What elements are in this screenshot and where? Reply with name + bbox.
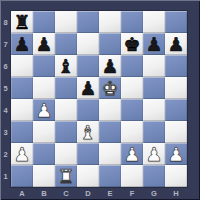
square-h7[interactable]: ♟	[165, 33, 187, 55]
square-a8[interactable]: ♜	[11, 11, 33, 33]
square-f6[interactable]	[121, 55, 143, 77]
square-f7[interactable]: ♚	[121, 33, 143, 55]
square-a6[interactable]	[11, 55, 33, 77]
square-e5[interactable]: ♚	[99, 77, 121, 99]
file-label-b: B	[33, 187, 55, 200]
square-h1[interactable]	[165, 165, 187, 187]
square-c5[interactable]	[55, 77, 77, 99]
board: ♜♟♟♚♟♟♝♟♟♚♟♝♟♟♟♟♜	[11, 11, 187, 187]
square-c8[interactable]	[55, 11, 77, 33]
file-label-e: E	[99, 187, 121, 200]
piece-black-king-f7[interactable]: ♚	[123, 33, 140, 55]
square-b2[interactable]	[33, 143, 55, 165]
square-g4[interactable]	[143, 99, 165, 121]
square-f5[interactable]	[121, 77, 143, 99]
square-a2[interactable]: ♟	[11, 143, 33, 165]
square-a7[interactable]: ♟	[11, 33, 33, 55]
piece-white-king-e5[interactable]: ♚	[101, 77, 118, 99]
square-f4[interactable]	[121, 99, 143, 121]
piece-white-pawn-f2[interactable]: ♟	[123, 143, 140, 165]
file-label-h: H	[165, 187, 187, 200]
square-c6[interactable]: ♝	[55, 55, 77, 77]
square-c4[interactable]	[55, 99, 77, 121]
square-f1[interactable]	[121, 165, 143, 187]
square-d5[interactable]: ♟	[77, 77, 99, 99]
square-h8[interactable]	[165, 11, 187, 33]
square-g3[interactable]	[143, 121, 165, 143]
square-h3[interactable]	[165, 121, 187, 143]
piece-black-pawn-e6[interactable]: ♟	[101, 55, 118, 77]
rank-label-1: 1	[0, 165, 11, 187]
piece-black-rook-a8[interactable]: ♜	[13, 11, 30, 33]
square-b6[interactable]	[33, 55, 55, 77]
square-d3[interactable]: ♝	[77, 121, 99, 143]
file-label-d: D	[77, 187, 99, 200]
square-e4[interactable]	[99, 99, 121, 121]
piece-white-pawn-g2[interactable]: ♟	[145, 143, 162, 165]
square-c1[interactable]: ♜	[55, 165, 77, 187]
rank-label-7: 7	[0, 33, 11, 55]
square-d7[interactable]	[77, 33, 99, 55]
file-coordinates: ABCDEFGH	[11, 187, 187, 200]
square-a1[interactable]	[11, 165, 33, 187]
square-g7[interactable]: ♟	[143, 33, 165, 55]
square-a3[interactable]	[11, 121, 33, 143]
square-b7[interactable]: ♟	[33, 33, 55, 55]
square-f8[interactable]	[121, 11, 143, 33]
chess-board-frame: 87654321 ♜♟♟♚♟♟♝♟♟♚♟♝♟♟♟♟♜ ABCDEFGH	[0, 0, 200, 200]
square-e3[interactable]	[99, 121, 121, 143]
rank-coordinates: 87654321	[0, 11, 11, 187]
square-e7[interactable]	[99, 33, 121, 55]
square-g1[interactable]	[143, 165, 165, 187]
square-d8[interactable]	[77, 11, 99, 33]
piece-white-pawn-b4[interactable]: ♟	[35, 99, 52, 121]
square-h2[interactable]: ♟	[165, 143, 187, 165]
square-b3[interactable]	[33, 121, 55, 143]
piece-black-pawn-a7[interactable]: ♟	[13, 33, 30, 55]
square-c2[interactable]	[55, 143, 77, 165]
file-label-a: A	[11, 187, 33, 200]
rank-label-6: 6	[0, 55, 11, 77]
square-g6[interactable]	[143, 55, 165, 77]
square-h5[interactable]	[165, 77, 187, 99]
rank-label-3: 3	[0, 121, 11, 143]
square-g8[interactable]	[143, 11, 165, 33]
square-b5[interactable]	[33, 77, 55, 99]
square-e6[interactable]: ♟	[99, 55, 121, 77]
piece-black-pawn-g7[interactable]: ♟	[145, 33, 162, 55]
file-label-g: G	[143, 187, 165, 200]
piece-white-bishop-d3[interactable]: ♝	[79, 121, 96, 143]
square-c3[interactable]	[55, 121, 77, 143]
square-f2[interactable]: ♟	[121, 143, 143, 165]
piece-black-pawn-d5[interactable]: ♟	[79, 77, 96, 99]
square-d4[interactable]	[77, 99, 99, 121]
square-e2[interactable]	[99, 143, 121, 165]
piece-black-pawn-h7[interactable]: ♟	[167, 33, 184, 55]
square-a4[interactable]	[11, 99, 33, 121]
square-g2[interactable]: ♟	[143, 143, 165, 165]
square-a5[interactable]	[11, 77, 33, 99]
rank-label-8: 8	[0, 11, 11, 33]
square-e1[interactable]	[99, 165, 121, 187]
square-c7[interactable]	[55, 33, 77, 55]
piece-white-pawn-a2[interactable]: ♟	[13, 143, 30, 165]
piece-black-bishop-c6[interactable]: ♝	[57, 55, 74, 77]
piece-white-pawn-h2[interactable]: ♟	[167, 143, 184, 165]
square-d6[interactable]	[77, 55, 99, 77]
piece-black-pawn-b7[interactable]: ♟	[35, 33, 52, 55]
square-b8[interactable]	[33, 11, 55, 33]
square-h4[interactable]	[165, 99, 187, 121]
square-e8[interactable]	[99, 11, 121, 33]
file-label-c: C	[55, 187, 77, 200]
rank-label-5: 5	[0, 77, 11, 99]
square-h6[interactable]	[165, 55, 187, 77]
rank-label-2: 2	[0, 143, 11, 165]
rank-label-4: 4	[0, 99, 11, 121]
square-g5[interactable]	[143, 77, 165, 99]
piece-white-rook-c1[interactable]: ♜	[57, 165, 74, 187]
file-label-f: F	[121, 187, 143, 200]
square-d1[interactable]	[77, 165, 99, 187]
square-d2[interactable]	[77, 143, 99, 165]
square-b1[interactable]	[33, 165, 55, 187]
square-b4[interactable]: ♟	[33, 99, 55, 121]
square-f3[interactable]	[121, 121, 143, 143]
